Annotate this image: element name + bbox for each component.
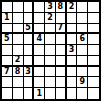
sudoku-cell-r1c6[interactable]: 8 <box>56 2 67 13</box>
sudoku-cell-r6c9[interactable] <box>88 56 99 67</box>
given-digit: 1 <box>36 90 42 98</box>
given-digit: 9 <box>80 78 86 86</box>
sudoku-cell-r4c8[interactable]: 6 <box>77 34 88 45</box>
sudoku-cell-r8c6[interactable] <box>56 77 67 88</box>
sudoku-cell-r9c6[interactable] <box>56 88 67 99</box>
sudoku-cell-r4c3[interactable] <box>24 34 35 45</box>
sudoku-cell-r3c4[interactable] <box>34 24 45 35</box>
sudoku-cell-r3c2[interactable] <box>13 24 24 35</box>
sudoku-cell-r2c7[interactable] <box>67 13 78 24</box>
sudoku-cell-r7c5[interactable] <box>45 67 56 78</box>
given-digit: 5 <box>4 35 10 43</box>
sudoku-cell-r3c9[interactable] <box>88 24 99 35</box>
sudoku-board: 38212575463278391 <box>0 0 101 101</box>
given-digit: 7 <box>57 24 63 32</box>
sudoku-cell-r3c5[interactable] <box>45 24 56 35</box>
sudoku-cell-r5c8[interactable] <box>77 45 88 56</box>
sudoku-cell-r5c6[interactable] <box>56 45 67 56</box>
sudoku-cell-r3c1[interactable] <box>2 24 13 35</box>
sudoku-cell-r7c1[interactable]: 7 <box>2 67 13 78</box>
sudoku-cell-r6c6[interactable] <box>56 56 67 67</box>
sudoku-cell-r5c1[interactable] <box>2 45 13 56</box>
sudoku-cell-r4c5[interactable] <box>45 34 56 45</box>
sudoku-cell-r4c9[interactable] <box>88 34 99 45</box>
sudoku-cell-r1c5[interactable]: 3 <box>45 2 56 13</box>
sudoku-cell-r5c4[interactable] <box>34 45 45 56</box>
sudoku-cell-r6c2[interactable]: 2 <box>13 56 24 67</box>
sudoku-cell-r8c3[interactable] <box>24 77 35 88</box>
given-digit: 3 <box>47 3 53 11</box>
given-digit: 5 <box>25 24 31 32</box>
sudoku-cell-r2c9[interactable] <box>88 13 99 24</box>
sudoku-cell-r5c9[interactable] <box>88 45 99 56</box>
sudoku-cell-r9c9[interactable] <box>88 88 99 99</box>
sudoku-cell-r9c8[interactable] <box>77 88 88 99</box>
sudoku-cell-r6c5[interactable] <box>45 56 56 67</box>
sudoku-cell-r7c9[interactable] <box>88 67 99 78</box>
sudoku-cell-r2c6[interactable] <box>56 13 67 24</box>
sudoku-cell-r8c7[interactable] <box>67 77 78 88</box>
sudoku-cell-r2c4[interactable] <box>34 13 45 24</box>
sudoku-cell-r3c6[interactable]: 7 <box>56 24 67 35</box>
sudoku-cell-r5c7[interactable]: 3 <box>67 45 78 56</box>
sudoku-cell-r1c2[interactable] <box>13 2 24 13</box>
sudoku-cell-r8c2[interactable] <box>13 77 24 88</box>
sudoku-cell-r8c4[interactable] <box>34 77 45 88</box>
sudoku-cell-r4c7[interactable] <box>67 34 78 45</box>
sudoku-cell-r9c1[interactable] <box>2 88 13 99</box>
sudoku-cell-r8c1[interactable] <box>2 77 13 88</box>
given-digit: 7 <box>4 68 10 76</box>
sudoku-cell-r1c1[interactable] <box>2 2 13 13</box>
sudoku-cell-r4c4[interactable]: 4 <box>34 34 45 45</box>
sudoku-cell-r6c8[interactable] <box>77 56 88 67</box>
given-digit: 8 <box>57 3 63 11</box>
sudoku-cell-r3c3[interactable]: 5 <box>24 24 35 35</box>
sudoku-cell-r7c3[interactable]: 3 <box>24 67 35 78</box>
sudoku-cell-r1c3[interactable] <box>24 2 35 13</box>
given-digit: 2 <box>69 3 75 11</box>
sudoku-cell-r7c6[interactable] <box>56 67 67 78</box>
given-digit: 6 <box>80 35 86 43</box>
sudoku-cell-r4c1[interactable]: 5 <box>2 34 13 45</box>
sudoku-cell-r1c7[interactable]: 2 <box>67 2 78 13</box>
sudoku-cell-r2c8[interactable] <box>77 13 88 24</box>
sudoku-cell-r1c9[interactable] <box>88 2 99 13</box>
sudoku-cell-r7c7[interactable] <box>67 67 78 78</box>
sudoku-cell-r3c7[interactable] <box>67 24 78 35</box>
sudoku-cell-r2c1[interactable]: 1 <box>2 13 13 24</box>
sudoku-cell-r3c8[interactable] <box>77 24 88 35</box>
sudoku-cell-r1c4[interactable] <box>34 2 45 13</box>
sudoku-cell-r4c2[interactable] <box>13 34 24 45</box>
sudoku-cell-r7c2[interactable]: 8 <box>13 67 24 78</box>
sudoku-cell-r9c4[interactable]: 1 <box>34 88 45 99</box>
sudoku-cell-r1c8[interactable] <box>77 2 88 13</box>
given-digit: 3 <box>25 68 31 76</box>
given-digit: 2 <box>47 14 53 22</box>
sudoku-cell-r4c6[interactable] <box>56 34 67 45</box>
sudoku-cell-r6c3[interactable] <box>24 56 35 67</box>
given-digit: 4 <box>36 35 42 43</box>
sudoku-cell-r5c2[interactable] <box>13 45 24 56</box>
sudoku-cell-r5c3[interactable] <box>24 45 35 56</box>
sudoku-cell-r9c2[interactable] <box>13 88 24 99</box>
sudoku-cell-r9c7[interactable] <box>67 88 78 99</box>
given-digit: 8 <box>15 68 21 76</box>
sudoku-cell-r2c2[interactable] <box>13 13 24 24</box>
given-digit: 3 <box>69 46 75 54</box>
sudoku-cell-r6c4[interactable] <box>34 56 45 67</box>
sudoku-cell-r8c9[interactable] <box>88 77 99 88</box>
sudoku-cell-r8c5[interactable] <box>45 77 56 88</box>
sudoku-cell-r6c1[interactable] <box>2 56 13 67</box>
sudoku-cell-r9c3[interactable] <box>24 88 35 99</box>
sudoku-cell-r2c5[interactable]: 2 <box>45 13 56 24</box>
given-digit: 1 <box>4 14 10 22</box>
sudoku-cell-r2c3[interactable] <box>24 13 35 24</box>
sudoku-cell-r7c8[interactable] <box>77 67 88 78</box>
sudoku-cell-r6c7[interactable] <box>67 56 78 67</box>
sudoku-cell-r9c5[interactable] <box>45 88 56 99</box>
given-digit: 2 <box>15 56 21 64</box>
sudoku-cell-r7c4[interactable] <box>34 67 45 78</box>
sudoku-cell-r5c5[interactable] <box>45 45 56 56</box>
sudoku-cell-r8c8[interactable]: 9 <box>77 77 88 88</box>
